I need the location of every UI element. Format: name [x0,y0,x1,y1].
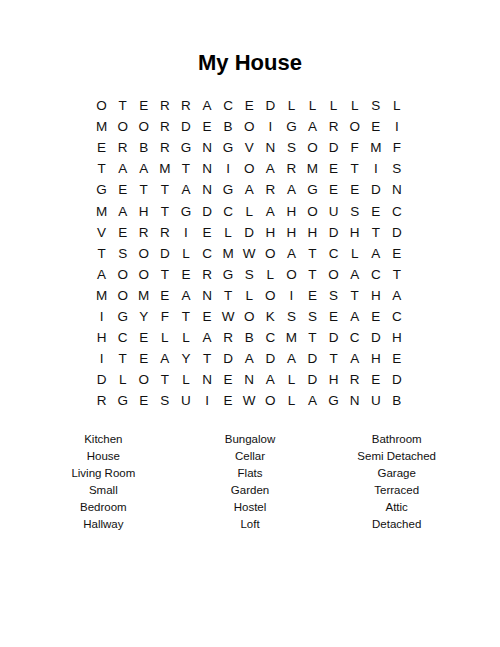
grid-cell-r14c14: E [365,369,386,390]
grid-cell-r1c2: T [112,95,133,116]
grid-cell-r15c5: U [175,390,196,411]
word-item: Loft [177,516,324,533]
grid-cell-r15c9: O [260,390,281,411]
grid-cell-r11c15: C [386,306,407,327]
grid-cell-r2c11: A [302,116,323,137]
grid-cell-r5c4: T [154,179,175,200]
grid-cell-r4c4: M [154,158,175,179]
grid-cell-r1c10: L [281,95,302,116]
grid-cell-r3c9: N [260,137,281,158]
grid-cell-r3c12: D [323,137,344,158]
grid-cell-r4c7: I [218,158,239,179]
grid-cell-r1c5: R [175,95,196,116]
grid-cell-r10c14: H [365,285,386,306]
grid-cell-r1c3: E [133,95,154,116]
grid-cell-r12c6: A [196,327,217,348]
grid-cell-r5c3: T [133,179,154,200]
grid-cell-r15c10: L [281,390,302,411]
grid-cell-r9c1: A [91,264,112,285]
grid-cell-r10c8: L [239,285,260,306]
word-item: Detached [323,516,470,533]
grid-cell-r13c10: A [281,348,302,369]
word-list-column-1: KitchenHouseLiving RoomSmallBedroomHallw… [30,431,177,533]
word-item: Hostel [177,499,324,516]
grid-cell-r4c14: I [365,158,386,179]
grid-cell-r8c5: L [175,243,196,264]
grid-cell-r14c8: N [239,369,260,390]
word-item: Small [30,482,177,499]
grid-cell-r2c6: E [196,116,217,137]
grid-cell-r10c6: N [196,285,217,306]
grid-cell-r13c1: I [91,348,112,369]
grid-cell-r3c7: G [218,137,239,158]
word-item: Living Room [30,465,177,482]
grid-cell-r13c12: T [323,348,344,369]
grid-cell-r9c6: R [196,264,217,285]
grid-cell-r8c11: T [302,243,323,264]
grid-cell-r8c2: S [112,243,133,264]
grid-cell-r8c3: O [133,243,154,264]
grid-cell-r13c11: D [302,348,323,369]
grid-cell-r11c12: E [323,306,344,327]
grid-cell-r9c8: S [239,264,260,285]
grid-cell-r7c1: V [91,222,112,243]
grid-cell-r6c13: S [344,200,365,221]
grid-cell-r5c2: E [112,179,133,200]
grid-cell-r14c13: R [344,369,365,390]
grid-cell-r9c9: L [260,264,281,285]
grid-cell-r8c1: T [91,243,112,264]
grid-cell-r14c15: D [386,369,407,390]
grid-cell-r15c6: I [196,390,217,411]
grid-cell-r12c7: R [218,327,239,348]
grid-cell-r10c15: A [386,285,407,306]
grid-cell-r3c8: V [239,137,260,158]
word-item: Cellar [177,448,324,465]
grid-cell-r1c7: C [218,95,239,116]
grid-cell-r11c13: A [344,306,365,327]
grid-cell-r8c15: E [386,243,407,264]
grid-cell-r11c9: K [260,306,281,327]
grid-cell-r14c2: L [112,369,133,390]
grid-cell-r3c10: S [281,137,302,158]
grid-cell-r5c15: N [386,179,407,200]
grid-cell-r5c6: N [196,179,217,200]
grid-cell-r13c13: A [344,348,365,369]
grid-cell-r6c12: U [323,200,344,221]
grid-cell-r3c2: R [112,137,133,158]
grid-cell-r11c7: W [218,306,239,327]
grid-cell-r2c15: I [386,116,407,137]
grid-cell-r14c4: T [154,369,175,390]
grid-cell-r15c3: E [133,390,154,411]
grid-cell-r10c11: E [302,285,323,306]
grid-cell-r8c4: D [154,243,175,264]
grid-cell-r2c8: O [239,116,260,137]
grid-cell-r4c11: M [302,158,323,179]
word-item: Hallway [30,516,177,533]
grid-cell-r14c6: N [196,369,217,390]
grid-cell-r2c10: G [281,116,302,137]
grid-cell-r10c13: T [344,285,365,306]
grid-cell-r8c8: W [239,243,260,264]
grid-cell-r15c13: N [344,390,365,411]
grid-cell-r2c2: O [112,116,133,137]
word-list-column-2: BungalowCellarFlatsGardenHostelLoft [177,431,324,533]
grid-cell-r15c14: U [365,390,386,411]
grid-cell-r1c14: S [365,95,386,116]
grid-cell-r11c1: I [91,306,112,327]
word-item: Semi Detached [323,448,470,465]
grid-cell-r6c4: T [154,200,175,221]
grid-cell-r11c3: Y [133,306,154,327]
grid-cell-r3c15: F [386,137,407,158]
grid-cell-r9c4: T [154,264,175,285]
grid-cell-r6c8: L [239,200,260,221]
grid-cell-r12c13: C [344,327,365,348]
grid-cell-r6c5: G [175,200,196,221]
grid-cell-r13c14: H [365,348,386,369]
word-item: Bungalow [177,431,324,448]
grid-cell-r6c2: A [112,200,133,221]
grid-cell-r1c6: A [196,95,217,116]
grid-cell-r1c13: L [344,95,365,116]
grid-cell-r9c11: T [302,264,323,285]
grid-cell-r6c9: A [260,200,281,221]
grid-cell-r5c12: E [323,179,344,200]
grid-cell-r2c13: O [344,116,365,137]
grid-cell-r7c3: R [133,222,154,243]
word-item: Kitchen [30,431,177,448]
grid-cell-r7c13: H [344,222,365,243]
grid-cell-r4c15: S [386,158,407,179]
grid-cell-r14c7: E [218,369,239,390]
grid-cell-r7c5: I [175,222,196,243]
grid-cell-r8c7: M [218,243,239,264]
grid-cell-r5c14: D [365,179,386,200]
grid-cell-r2c14: E [365,116,386,137]
grid-cell-r5c1: G [91,179,112,200]
grid-cell-r1c4: R [154,95,175,116]
grid-cell-r4c6: N [196,158,217,179]
grid-cell-r13c4: A [154,348,175,369]
grid-cell-r7c12: D [323,222,344,243]
grid-cell-r7c11: H [302,222,323,243]
grid-cell-r9c10: O [281,264,302,285]
grid-cell-r14c5: L [175,369,196,390]
word-item: Garage [323,465,470,482]
grid-cell-r11c14: E [365,306,386,327]
grid-cell-r1c1: O [91,95,112,116]
grid-cell-r14c12: H [323,369,344,390]
grid-cell-r12c14: D [365,327,386,348]
grid-cell-r8c10: A [281,243,302,264]
grid-cell-r8c13: L [344,243,365,264]
grid-cell-r8c9: O [260,243,281,264]
grid-cell-r3c11: O [302,137,323,158]
grid-cell-r6c10: H [281,200,302,221]
word-item: Attic [323,499,470,516]
grid-cell-r7c9: H [260,222,281,243]
word-item: Flats [177,465,324,482]
grid-cell-r3c1: E [91,137,112,158]
grid-cell-r12c4: L [154,327,175,348]
grid-cell-r9c7: G [218,264,239,285]
grid-cell-r2c4: R [154,116,175,137]
grid-cell-r2c12: R [323,116,344,137]
grid-cell-r13c3: E [133,348,154,369]
word-item: Terraced [323,482,470,499]
word-list-column-3: BathroomSemi DetachedGarageTerracedAttic… [323,431,470,533]
grid-cell-r14c1: D [91,369,112,390]
grid-cell-r15c12: G [323,390,344,411]
grid-cell-r12c3: E [133,327,154,348]
grid-cell-r10c5: A [175,285,196,306]
grid-cell-r12c12: D [323,327,344,348]
grid-cell-r1c9: D [260,95,281,116]
grid-cell-r7c8: D [239,222,260,243]
grid-cell-r11c11: S [302,306,323,327]
grid-cell-r9c12: O [323,264,344,285]
grid-cell-r4c9: A [260,158,281,179]
grid-cell-r6c14: E [365,200,386,221]
grid-cell-r11c4: F [154,306,175,327]
grid-cell-r7c10: H [281,222,302,243]
grid-cell-r10c1: M [91,285,112,306]
grid-cell-r6c6: D [196,200,217,221]
grid-cell-r5c9: R [260,179,281,200]
grid-cell-r2c1: M [91,116,112,137]
grid-cell-r4c5: T [175,158,196,179]
grid-cell-r12c2: C [112,327,133,348]
grid-cell-r11c8: O [239,306,260,327]
grid-cell-r1c15: L [386,95,407,116]
grid-cell-r9c15: T [386,264,407,285]
grid-cell-r14c11: D [302,369,323,390]
grid-cell-r9c14: C [365,264,386,285]
grid-cell-r4c12: E [323,158,344,179]
grid-cell-r1c11: L [302,95,323,116]
grid-cell-r15c11: A [302,390,323,411]
grid-cell-r11c2: G [112,306,133,327]
word-item: Garden [177,482,324,499]
grid-cell-r15c8: W [239,390,260,411]
grid-cell-r12c5: L [175,327,196,348]
grid-cell-r15c7: E [218,390,239,411]
grid-cell-r14c9: A [260,369,281,390]
grid-cell-r4c10: R [281,158,302,179]
grid-cell-r7c7: L [218,222,239,243]
grid-cell-r2c7: B [218,116,239,137]
grid-cell-r9c13: A [344,264,365,285]
grid-cell-r15c1: R [91,390,112,411]
grid-cell-r6c11: O [302,200,323,221]
grid-cell-r7c6: E [196,222,217,243]
grid-cell-r11c6: E [196,306,217,327]
grid-cell-r4c8: O [239,158,260,179]
grid-cell-r5c13: E [344,179,365,200]
grid-cell-r15c15: B [386,390,407,411]
grid-cell-r7c15: D [386,222,407,243]
grid-cell-r2c5: D [175,116,196,137]
grid-cell-r12c9: C [260,327,281,348]
grid-cell-r5c5: A [175,179,196,200]
grid-cell-r2c9: I [260,116,281,137]
grid-cell-r10c10: I [281,285,302,306]
grid-cell-r7c2: E [112,222,133,243]
grid-cell-r12c15: H [386,327,407,348]
puzzle-title: My House [0,50,500,76]
grid-cell-r10c7: T [218,285,239,306]
grid-cell-r13c5: Y [175,348,196,369]
grid-cell-r6c3: H [133,200,154,221]
grid-cell-r3c14: M [365,137,386,158]
grid-cell-r3c4: R [154,137,175,158]
grid-cell-r13c8: A [239,348,260,369]
grid-cell-r1c8: E [239,95,260,116]
word-item: House [30,448,177,465]
grid-cell-r10c2: O [112,285,133,306]
word-item: Bathroom [323,431,470,448]
grid-cell-r14c10: L [281,369,302,390]
grid-cell-r5c8: A [239,179,260,200]
grid-cell-r7c4: R [154,222,175,243]
grid-cell-r6c1: M [91,200,112,221]
grid-cell-r6c15: C [386,200,407,221]
grid-cell-r10c4: E [154,285,175,306]
grid-cell-r8c6: C [196,243,217,264]
grid-cell-r14c3: O [133,369,154,390]
grid-cell-r12c1: H [91,327,112,348]
grid-cell-r3c13: F [344,137,365,158]
grid-cell-r10c3: M [133,285,154,306]
grid-cell-r10c9: O [260,285,281,306]
grid-cell-r3c6: N [196,137,217,158]
grid-cell-r5c7: G [218,179,239,200]
grid-cell-r10c12: S [323,285,344,306]
grid-cell-r13c15: E [386,348,407,369]
wordsearch-grid: OTERRACEDLLLLSLMOORDEBOIGAROEIERBRGNGVNS… [91,95,407,411]
grid-cell-r3c5: G [175,137,196,158]
grid-cell-r13c7: D [218,348,239,369]
grid-cell-r12c10: M [281,327,302,348]
word-item: Bedroom [30,499,177,516]
grid-cell-r5c10: A [281,179,302,200]
grid-cell-r13c2: T [112,348,133,369]
grid-cell-r12c11: T [302,327,323,348]
word-list: KitchenHouseLiving RoomSmallBedroomHallw… [30,431,470,533]
grid-cell-r13c6: T [196,348,217,369]
grid-cell-r7c14: T [365,222,386,243]
grid-cell-r4c3: A [133,158,154,179]
grid-cell-r4c13: T [344,158,365,179]
grid-cell-r3c3: B [133,137,154,158]
grid-cell-r11c5: T [175,306,196,327]
grid-cell-r2c3: O [133,116,154,137]
grid-cell-r1c12: L [323,95,344,116]
grid-cell-r12c8: B [239,327,260,348]
grid-cell-r9c3: O [133,264,154,285]
grid-cell-r4c1: T [91,158,112,179]
grid-cell-r4c2: A [112,158,133,179]
grid-cell-r15c4: S [154,390,175,411]
grid-cell-r13c9: D [260,348,281,369]
grid-cell-r8c14: A [365,243,386,264]
grid-cell-r9c5: E [175,264,196,285]
grid-cell-r15c2: G [112,390,133,411]
grid-cell-r11c10: S [281,306,302,327]
grid-cell-r5c11: G [302,179,323,200]
grid-cell-r8c12: C [323,243,344,264]
grid-cell-r9c2: O [112,264,133,285]
grid-cell-r6c7: C [218,200,239,221]
